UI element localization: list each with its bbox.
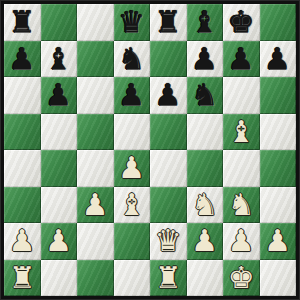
white-bishop[interactable]: ♝: [228, 117, 255, 147]
black-king[interactable]: ♚: [228, 7, 255, 37]
square-d2[interactable]: [114, 223, 151, 260]
square-b4[interactable]: [41, 150, 78, 187]
black-pawn[interactable]: ♟: [155, 80, 182, 110]
black-queen[interactable]: ♛: [118, 7, 145, 37]
square-d3[interactable]: ♝: [114, 187, 151, 224]
square-d5[interactable]: [114, 114, 151, 151]
square-d4[interactable]: ♟: [114, 150, 151, 187]
square-c2[interactable]: [77, 223, 114, 260]
square-a3[interactable]: [4, 187, 41, 224]
black-rook[interactable]: ♜: [155, 7, 182, 37]
square-e8[interactable]: ♜: [150, 4, 187, 41]
square-a6[interactable]: [4, 77, 41, 114]
black-pawn[interactable]: ♟: [228, 44, 255, 74]
square-h6[interactable]: [260, 77, 297, 114]
white-pawn[interactable]: ♟: [228, 226, 255, 256]
square-b2[interactable]: ♟: [41, 223, 78, 260]
white-rook[interactable]: ♜: [155, 263, 182, 293]
square-e1[interactable]: ♜: [150, 260, 187, 297]
square-e4[interactable]: [150, 150, 187, 187]
black-pawn[interactable]: ♟: [45, 80, 72, 110]
white-knight[interactable]: ♞: [228, 190, 255, 220]
square-h2[interactable]: ♟: [260, 223, 297, 260]
square-f1[interactable]: [187, 260, 224, 297]
square-f2[interactable]: ♟: [187, 223, 224, 260]
square-g4[interactable]: [223, 150, 260, 187]
white-bishop[interactable]: ♝: [118, 190, 145, 220]
square-b6[interactable]: ♟: [41, 77, 78, 114]
square-a4[interactable]: [4, 150, 41, 187]
square-b1[interactable]: [41, 260, 78, 297]
white-pawn[interactable]: ♟: [82, 190, 109, 220]
square-e5[interactable]: [150, 114, 187, 151]
square-f3[interactable]: ♞: [187, 187, 224, 224]
square-b3[interactable]: [41, 187, 78, 224]
square-h4[interactable]: [260, 150, 297, 187]
white-queen[interactable]: ♛: [155, 226, 182, 256]
square-b5[interactable]: [41, 114, 78, 151]
white-king[interactable]: ♚: [228, 263, 255, 293]
square-e6[interactable]: ♟: [150, 77, 187, 114]
square-g1[interactable]: ♚: [223, 260, 260, 297]
chess-board: ♜♛♜♝♚♟♝♞♟♟♟♟♟♟♞♝♟♟♝♞♞♟♟♛♟♟♟♜♜♚: [4, 4, 296, 296]
square-f6[interactable]: ♞: [187, 77, 224, 114]
square-a5[interactable]: [4, 114, 41, 151]
square-a2[interactable]: ♟: [4, 223, 41, 260]
square-c6[interactable]: [77, 77, 114, 114]
white-rook[interactable]: ♜: [9, 263, 36, 293]
square-d7[interactable]: ♞: [114, 41, 151, 78]
white-pawn[interactable]: ♟: [45, 226, 72, 256]
square-c1[interactable]: [77, 260, 114, 297]
square-c8[interactable]: [77, 4, 114, 41]
square-g2[interactable]: ♟: [223, 223, 260, 260]
square-f5[interactable]: [187, 114, 224, 151]
square-a1[interactable]: ♜: [4, 260, 41, 297]
black-pawn[interactable]: ♟: [118, 80, 145, 110]
square-h1[interactable]: [260, 260, 297, 297]
black-pawn[interactable]: ♟: [9, 44, 36, 74]
square-b8[interactable]: [41, 4, 78, 41]
white-pawn[interactable]: ♟: [191, 226, 218, 256]
square-c5[interactable]: [77, 114, 114, 151]
square-h5[interactable]: [260, 114, 297, 151]
square-h3[interactable]: [260, 187, 297, 224]
square-c7[interactable]: [77, 41, 114, 78]
black-pawn[interactable]: ♟: [264, 44, 291, 74]
square-c4[interactable]: [77, 150, 114, 187]
white-knight[interactable]: ♞: [191, 190, 218, 220]
square-d1[interactable]: [114, 260, 151, 297]
square-b7[interactable]: ♝: [41, 41, 78, 78]
square-d6[interactable]: ♟: [114, 77, 151, 114]
square-e3[interactable]: [150, 187, 187, 224]
square-f7[interactable]: ♟: [187, 41, 224, 78]
black-knight[interactable]: ♞: [191, 80, 218, 110]
chess-board-frame: ♜♛♜♝♚♟♝♞♟♟♟♟♟♟♞♝♟♟♝♞♞♟♟♛♟♟♟♜♜♚: [0, 0, 300, 300]
square-g8[interactable]: ♚: [223, 4, 260, 41]
white-pawn[interactable]: ♟: [264, 226, 291, 256]
black-knight[interactable]: ♞: [118, 44, 145, 74]
square-a7[interactable]: ♟: [4, 41, 41, 78]
square-h8[interactable]: [260, 4, 297, 41]
white-pawn[interactable]: ♟: [9, 226, 36, 256]
square-e2[interactable]: ♛: [150, 223, 187, 260]
square-c3[interactable]: ♟: [77, 187, 114, 224]
square-a8[interactable]: ♜: [4, 4, 41, 41]
black-pawn[interactable]: ♟: [191, 44, 218, 74]
square-g5[interactable]: ♝: [223, 114, 260, 151]
white-pawn[interactable]: ♟: [118, 153, 145, 183]
square-e7[interactable]: [150, 41, 187, 78]
square-g3[interactable]: ♞: [223, 187, 260, 224]
square-h7[interactable]: ♟: [260, 41, 297, 78]
square-d8[interactable]: ♛: [114, 4, 151, 41]
square-g6[interactable]: [223, 77, 260, 114]
black-rook[interactable]: ♜: [9, 7, 36, 37]
black-bishop[interactable]: ♝: [45, 44, 72, 74]
black-bishop[interactable]: ♝: [191, 7, 218, 37]
square-f4[interactable]: [187, 150, 224, 187]
square-g7[interactable]: ♟: [223, 41, 260, 78]
square-f8[interactable]: ♝: [187, 4, 224, 41]
